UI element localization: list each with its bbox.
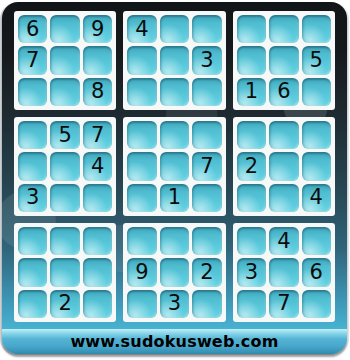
cell-r7c1[interactable]: [18, 227, 47, 255]
cell-r3c3-given[interactable]: 8: [83, 78, 112, 106]
cell-r7c5[interactable]: [160, 227, 189, 255]
cell-r2c4[interactable]: [127, 46, 156, 74]
cell-r3c7-given[interactable]: 1: [237, 78, 266, 106]
cell-r5c6-given[interactable]: 7: [192, 152, 221, 180]
cell-r9c2-given[interactable]: 2: [50, 290, 79, 318]
cell-r6c6[interactable]: [192, 184, 221, 212]
cell-r2c7[interactable]: [237, 46, 266, 74]
cell-r6c7[interactable]: [237, 184, 266, 212]
sudoku-card: 6978435165743712429234367 www.sudokusweb…: [2, 2, 347, 354]
cell-r6c8[interactable]: [269, 184, 298, 212]
cell-r8c3[interactable]: [83, 258, 112, 286]
cell-r6c9-given[interactable]: 4: [302, 184, 331, 212]
cell-r8c2[interactable]: [50, 258, 79, 286]
box-9: 4367: [233, 223, 335, 322]
cell-r2c2[interactable]: [50, 46, 79, 74]
cell-r1c1-given[interactable]: 6: [18, 15, 47, 43]
cell-r7c3[interactable]: [83, 227, 112, 255]
cell-r1c8[interactable]: [269, 15, 298, 43]
cell-r7c6[interactable]: [192, 227, 221, 255]
cell-r6c5-given[interactable]: 1: [160, 184, 189, 212]
cell-r8c8[interactable]: [269, 258, 298, 286]
cell-r1c4-given[interactable]: 4: [127, 15, 156, 43]
cell-r4c3-given[interactable]: 7: [83, 121, 112, 149]
cell-r7c9[interactable]: [302, 227, 331, 255]
cell-r3c2[interactable]: [50, 78, 79, 106]
cell-r2c5[interactable]: [160, 46, 189, 74]
cell-r1c9[interactable]: [302, 15, 331, 43]
cell-r8c7-given[interactable]: 3: [237, 258, 266, 286]
footer-bar: www.sudokusweb.com: [2, 329, 347, 354]
cell-r9c3[interactable]: [83, 290, 112, 318]
cell-r5c4[interactable]: [127, 152, 156, 180]
cell-r5c7-given[interactable]: 2: [237, 152, 266, 180]
cell-r1c3-given[interactable]: 9: [83, 15, 112, 43]
cell-r6c3[interactable]: [83, 184, 112, 212]
cell-r3c1[interactable]: [18, 78, 47, 106]
cell-r8c5[interactable]: [160, 258, 189, 286]
cell-r4c2-given[interactable]: 5: [50, 121, 79, 149]
cell-r7c8-given[interactable]: 4: [269, 227, 298, 255]
cell-r2c9-given[interactable]: 5: [302, 46, 331, 74]
cell-r4c5[interactable]: [160, 121, 189, 149]
cell-r4c1[interactable]: [18, 121, 47, 149]
box-5: 71: [123, 117, 225, 216]
cell-r1c2[interactable]: [50, 15, 79, 43]
box-8: 923: [123, 223, 225, 322]
cell-r3c8-given[interactable]: 6: [269, 78, 298, 106]
cell-r5c8[interactable]: [269, 152, 298, 180]
cell-r9c8-given[interactable]: 7: [269, 290, 298, 318]
cell-r6c1-given[interactable]: 3: [18, 184, 47, 212]
cell-r5c5[interactable]: [160, 152, 189, 180]
box-4: 5743: [14, 117, 116, 216]
cell-r4c4[interactable]: [127, 121, 156, 149]
cell-r3c5[interactable]: [160, 78, 189, 106]
cell-r9c4[interactable]: [127, 290, 156, 318]
cell-r8c6-given[interactable]: 2: [192, 258, 221, 286]
cell-r5c2[interactable]: [50, 152, 79, 180]
cell-r9c9[interactable]: [302, 290, 331, 318]
cell-r6c2[interactable]: [50, 184, 79, 212]
cell-r3c6[interactable]: [192, 78, 221, 106]
cell-r4c9[interactable]: [302, 121, 331, 149]
cell-r4c7[interactable]: [237, 121, 266, 149]
box-2: 43: [123, 11, 225, 110]
box-6: 24: [233, 117, 335, 216]
cell-r4c6[interactable]: [192, 121, 221, 149]
sudoku-board: 6978435165743712429234367: [2, 2, 347, 329]
cell-r8c9-given[interactable]: 6: [302, 258, 331, 286]
cell-r1c5[interactable]: [160, 15, 189, 43]
box-1: 6978: [14, 11, 116, 110]
cell-r5c9[interactable]: [302, 152, 331, 180]
cell-r5c3-given[interactable]: 4: [83, 152, 112, 180]
cell-r1c6[interactable]: [192, 15, 221, 43]
cell-r9c6[interactable]: [192, 290, 221, 318]
cell-r2c8[interactable]: [269, 46, 298, 74]
cell-r2c3[interactable]: [83, 46, 112, 74]
cell-r9c7[interactable]: [237, 290, 266, 318]
sudoku-widget: 6978435165743712429234367 www.sudokusweb…: [0, 0, 350, 360]
cell-r9c1[interactable]: [18, 290, 47, 318]
box-7: 2: [14, 223, 116, 322]
cell-r3c9[interactable]: [302, 78, 331, 106]
cell-r2c6-given[interactable]: 3: [192, 46, 221, 74]
cell-r1c7[interactable]: [237, 15, 266, 43]
cell-r7c2[interactable]: [50, 227, 79, 255]
cell-r4c8[interactable]: [269, 121, 298, 149]
cell-r9c5-given[interactable]: 3: [160, 290, 189, 318]
cell-r3c4[interactable]: [127, 78, 156, 106]
cell-r8c4-given[interactable]: 9: [127, 258, 156, 286]
cell-r2c1-given[interactable]: 7: [18, 46, 47, 74]
cell-r7c4[interactable]: [127, 227, 156, 255]
cell-r5c1[interactable]: [18, 152, 47, 180]
cell-r7c7[interactable]: [237, 227, 266, 255]
cell-r8c1[interactable]: [18, 258, 47, 286]
website-link[interactable]: www.sudokusweb.com: [70, 332, 278, 351]
cell-r6c4[interactable]: [127, 184, 156, 212]
box-3: 516: [233, 11, 335, 110]
